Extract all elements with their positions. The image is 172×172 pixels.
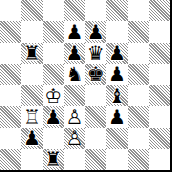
square-f3: ♟ [106,106,127,127]
white-king-glyph: ♔ [44,85,62,106]
square-b1 [21,149,42,170]
square-h3 [149,106,170,127]
square-b2: ♟ [21,128,42,149]
square-h5 [149,64,170,85]
square-a1 [0,149,21,170]
white-pawn-glyph: ♙ [65,128,83,149]
square-b4 [21,85,42,106]
square-e7: ♟ [85,21,106,42]
square-c4: ♚♔ [43,85,64,106]
black-king-glyph: ♚ [87,64,105,84]
square-d6: ♟ [64,43,85,64]
piece-black-queen-e6: ♛ [85,43,106,64]
square-e3 [85,106,106,127]
square-c3: ♟ [43,106,64,127]
square-c5 [43,64,64,85]
square-d7: ♟ [64,21,85,42]
square-g5 [128,64,149,85]
black-pawn-glyph: ♟ [65,43,83,63]
square-f5: ♟ [106,64,127,85]
square-g7 [128,21,149,42]
square-f1 [106,149,127,170]
square-h1 [149,149,170,170]
square-f2 [106,128,127,149]
black-pawn-glyph: ♟ [108,64,126,84]
square-c7 [43,21,64,42]
black-pawn-glyph: ♟ [108,107,126,127]
square-g4 [128,85,149,106]
square-b7 [21,21,42,42]
square-a7 [0,21,21,42]
square-f7 [106,21,127,42]
square-a5 [0,64,21,85]
piece-white-king-c4: ♚♔ [43,85,64,106]
square-f6: ♟ [106,43,127,64]
square-f4: ♝ [106,85,127,106]
piece-black-pawn-e7: ♟ [85,21,106,42]
piece-black-pawn-b2: ♟ [21,128,42,149]
square-b3: ♜♖ [21,106,42,127]
square-b5 [21,64,42,85]
square-d4 [64,85,85,106]
square-d3: ♟♙ [64,106,85,127]
square-d5: ♞ [64,64,85,85]
chess-diagram: ♟♟♜♟♛♟♞♚♟♚♔♝♜♖♟♟♙♟♟♟♙♜ [0,0,172,172]
white-rook-glyph: ♖ [23,106,41,127]
square-a6 [0,43,21,64]
square-a8 [0,0,21,21]
square-e4 [85,85,106,106]
black-rook-glyph: ♜ [23,43,41,63]
square-e5: ♚ [85,64,106,85]
black-queen-glyph: ♛ [87,43,105,63]
square-a2 [0,128,21,149]
white-pawn-glyph: ♙ [65,106,83,127]
square-c2 [43,128,64,149]
chess-board: ♟♟♜♟♛♟♞♚♟♚♔♝♜♖♟♟♙♟♟♟♙♜ [0,0,172,172]
square-e6: ♛ [85,43,106,64]
piece-black-rook-b6: ♜ [21,43,42,64]
black-pawn-glyph: ♟ [108,43,126,63]
piece-black-bishop-f4: ♝ [106,85,127,106]
square-g1 [128,149,149,170]
piece-black-pawn-f3: ♟ [106,106,127,127]
black-bishop-glyph: ♝ [108,86,126,106]
piece-white-pawn-d3: ♟♙ [64,106,85,127]
square-d8 [64,0,85,21]
black-pawn-glyph: ♟ [44,107,62,127]
piece-black-pawn-f6: ♟ [106,43,127,64]
black-rook-glyph: ♜ [44,149,62,169]
square-a3 [0,106,21,127]
square-c8 [43,0,64,21]
square-g2 [128,128,149,149]
piece-white-rook-b3: ♜♖ [21,106,42,127]
square-a4 [0,85,21,106]
piece-black-pawn-f5: ♟ [106,64,127,85]
square-e2 [85,128,106,149]
square-g8 [128,0,149,21]
black-pawn-glyph: ♟ [65,22,83,42]
square-b8 [21,0,42,21]
square-h4 [149,85,170,106]
piece-white-pawn-d2: ♟♙ [64,128,85,149]
square-e1 [85,149,106,170]
black-pawn-glyph: ♟ [87,22,105,42]
black-pawn-glyph: ♟ [23,128,41,148]
square-h2 [149,128,170,149]
square-f8 [106,0,127,21]
square-e8 [85,0,106,21]
square-h6 [149,43,170,64]
piece-black-knight-d5: ♞ [64,64,85,85]
square-d1 [64,149,85,170]
piece-black-rook-c1: ♜ [43,149,64,170]
piece-black-pawn-c3: ♟ [43,106,64,127]
piece-black-pawn-d6: ♟ [64,43,85,64]
black-knight-glyph: ♞ [65,64,83,84]
piece-black-king-e5: ♚ [85,64,106,85]
square-h8 [149,0,170,21]
square-d2: ♟♙ [64,128,85,149]
square-c1: ♜ [43,149,64,170]
square-g3 [128,106,149,127]
square-c6 [43,43,64,64]
piece-black-pawn-d7: ♟ [64,21,85,42]
square-g6 [128,43,149,64]
square-b6: ♜ [21,43,42,64]
square-h7 [149,21,170,42]
